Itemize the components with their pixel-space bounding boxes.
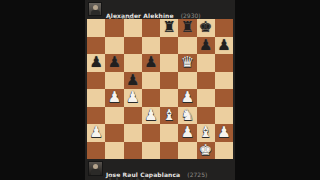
bottom-player-avatar — [88, 161, 103, 176]
square-e8[interactable]: ♜ — [160, 19, 178, 37]
square-g1[interactable]: ♚ — [197, 142, 215, 160]
white-pawn-a2: ♟ — [87, 124, 105, 142]
square-e4[interactable] — [160, 89, 178, 107]
square-a8[interactable] — [87, 19, 105, 37]
square-c6[interactable] — [124, 54, 142, 72]
square-g5[interactable] — [197, 72, 215, 90]
square-b7[interactable] — [105, 37, 123, 55]
square-b4[interactable]: ♟ — [105, 89, 123, 107]
square-e1[interactable] — [160, 142, 178, 160]
square-h1[interactable] — [215, 142, 233, 160]
square-g8[interactable]: ♚ — [197, 19, 215, 37]
square-c2[interactable] — [124, 124, 142, 142]
square-c1[interactable] — [124, 142, 142, 160]
square-c7[interactable] — [124, 37, 142, 55]
video-stage: Alexander Alekhine (2930) ♙♘♖♖ ♜♜♚♟♟♟♟♟♛… — [85, 0, 235, 180]
black-pawn-d6: ♟ — [142, 54, 160, 72]
square-a2[interactable]: ♟ — [87, 124, 105, 142]
top-player-avatar — [88, 2, 102, 16]
square-d7[interactable] — [142, 37, 160, 55]
square-d8[interactable] — [142, 19, 160, 37]
white-king-g1: ♚ — [197, 142, 215, 160]
black-pawn-b6: ♟ — [105, 54, 123, 72]
square-f5[interactable] — [178, 72, 196, 90]
square-d1[interactable] — [142, 142, 160, 160]
square-b1[interactable] — [105, 142, 123, 160]
bottom-captured-pieces: ♟♟♝♝♞♞♛ — [106, 168, 155, 177]
square-h2[interactable]: ♟ — [215, 124, 233, 142]
square-g7[interactable]: ♟ — [197, 37, 215, 55]
square-g2[interactable]: ♝ — [197, 124, 215, 142]
white-pawn-f4: ♟ — [178, 89, 196, 107]
square-h3[interactable] — [215, 107, 233, 125]
black-pawn-g7: ♟ — [197, 37, 215, 55]
square-f6[interactable]: ♛ — [178, 54, 196, 72]
top-player-rating: (2930) — [181, 12, 201, 19]
square-g3[interactable] — [197, 107, 215, 125]
white-pawn-c4: ♟ — [124, 89, 142, 107]
white-pawn-f2: ♟ — [178, 124, 196, 142]
square-b2[interactable] — [105, 124, 123, 142]
top-captured-pieces: ♙♘♖♖ — [106, 9, 134, 18]
square-d2[interactable] — [142, 124, 160, 142]
square-h8[interactable] — [215, 19, 233, 37]
avatar-body-shape — [91, 10, 100, 16]
captured-black-pieces-icons: ♟♟♝♝♞♞♛ — [106, 175, 155, 180]
square-h5[interactable] — [215, 72, 233, 90]
square-b3[interactable] — [105, 107, 123, 125]
square-a7[interactable] — [87, 37, 105, 55]
black-rook-e8: ♜ — [160, 19, 178, 37]
square-f8[interactable]: ♜ — [178, 19, 196, 37]
square-c8[interactable] — [124, 19, 142, 37]
chess-board: ♜♜♚♟♟♟♟♟♛♟♟♟♟♟♝♞♟♟♝♟♚ — [87, 19, 233, 159]
square-e3[interactable]: ♝ — [160, 107, 178, 125]
bottom-player-rating: (2725) — [187, 171, 207, 178]
black-rook-f8: ♜ — [178, 19, 196, 37]
square-b8[interactable] — [105, 19, 123, 37]
square-c4[interactable]: ♟ — [124, 89, 142, 107]
black-king-g8: ♚ — [197, 19, 215, 37]
square-a1[interactable] — [87, 142, 105, 160]
top-player-bar: Alexander Alekhine (2930) ♙♘♖♖ — [85, 0, 235, 19]
square-g6[interactable] — [197, 54, 215, 72]
square-a5[interactable] — [87, 72, 105, 90]
square-d3[interactable]: ♟ — [142, 107, 160, 125]
square-a3[interactable] — [87, 107, 105, 125]
square-d6[interactable]: ♟ — [142, 54, 160, 72]
square-e5[interactable] — [160, 72, 178, 90]
black-pawn-c5: ♟ — [124, 72, 142, 90]
square-f1[interactable] — [178, 142, 196, 160]
black-pawn-a6: ♟ — [87, 54, 105, 72]
white-queen-f6: ♛ — [178, 54, 196, 72]
square-d5[interactable] — [142, 72, 160, 90]
white-pawn-d3: ♟ — [142, 107, 160, 125]
square-e2[interactable] — [160, 124, 178, 142]
square-a6[interactable]: ♟ — [87, 54, 105, 72]
bottom-player-bar: Jose Raul Capablanca (2725) ♟♟♝♝♞♞♛ — [85, 159, 235, 180]
square-e6[interactable] — [160, 54, 178, 72]
black-pawn-h7: ♟ — [215, 37, 233, 55]
square-c3[interactable] — [124, 107, 142, 125]
square-a4[interactable] — [87, 89, 105, 107]
avatar-body-shape — [91, 169, 100, 175]
square-g4[interactable] — [197, 89, 215, 107]
square-f2[interactable]: ♟ — [178, 124, 196, 142]
square-e7[interactable] — [160, 37, 178, 55]
square-b5[interactable] — [105, 72, 123, 90]
square-f3[interactable]: ♞ — [178, 107, 196, 125]
square-f7[interactable] — [178, 37, 196, 55]
square-h7[interactable]: ♟ — [215, 37, 233, 55]
white-knight-f3: ♞ — [178, 107, 196, 125]
square-h4[interactable] — [215, 89, 233, 107]
square-d4[interactable] — [142, 89, 160, 107]
square-f4[interactable]: ♟ — [178, 89, 196, 107]
white-bishop-e3: ♝ — [160, 107, 178, 125]
white-bishop-g2: ♝ — [197, 124, 215, 142]
square-h6[interactable] — [215, 54, 233, 72]
white-pawn-h2: ♟ — [215, 124, 233, 142]
square-c5[interactable]: ♟ — [124, 72, 142, 90]
white-pawn-b4: ♟ — [105, 89, 123, 107]
square-b6[interactable]: ♟ — [105, 54, 123, 72]
